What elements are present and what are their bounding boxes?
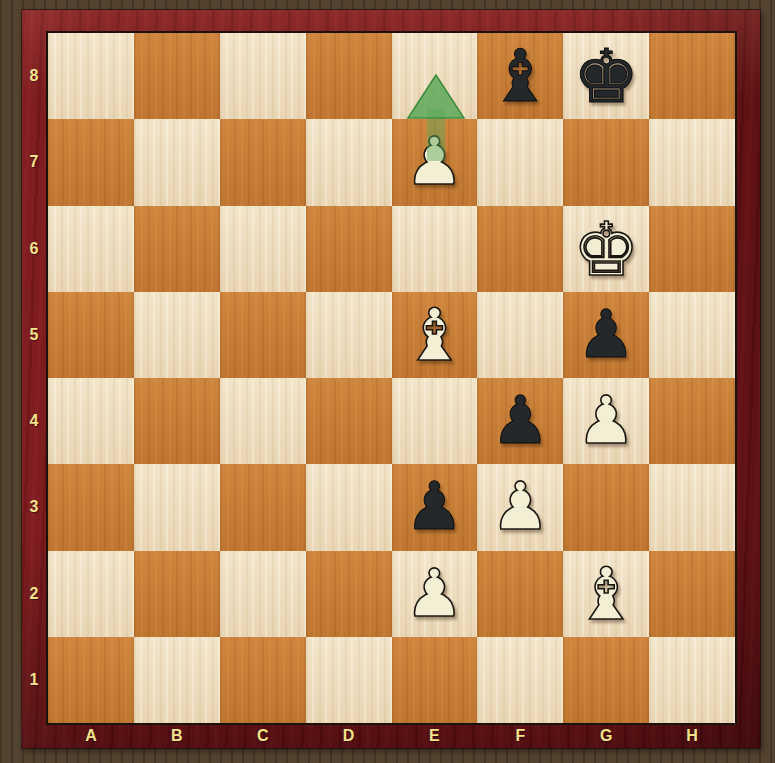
square-c1[interactable] — [220, 637, 306, 723]
black-bishop[interactable]: ♝ — [488, 40, 553, 112]
square-a5[interactable] — [48, 292, 134, 378]
square-f2[interactable] — [477, 551, 563, 637]
file-label-d: D — [306, 723, 392, 748]
square-a6[interactable] — [48, 206, 134, 292]
square-f7[interactable] — [477, 119, 563, 205]
white-pawn[interactable]: ♟ — [405, 129, 464, 195]
square-f1[interactable] — [477, 637, 563, 723]
square-h6[interactable] — [649, 206, 735, 292]
square-b5[interactable] — [134, 292, 220, 378]
square-c6[interactable] — [220, 206, 306, 292]
square-h3[interactable] — [649, 464, 735, 550]
white-pawn[interactable]: ♟ — [577, 388, 636, 454]
square-d3[interactable] — [306, 464, 392, 550]
square-a8[interactable] — [48, 33, 134, 119]
square-b2[interactable] — [134, 551, 220, 637]
square-g4[interactable]: ♟ — [563, 378, 649, 464]
white-bishop[interactable]: ♝ — [402, 299, 467, 371]
black-pawn[interactable]: ♟ — [405, 474, 464, 540]
file-coordinates: ABCDEFGH — [48, 723, 735, 748]
square-e4[interactable] — [392, 378, 478, 464]
rank-label-5: 5 — [22, 292, 46, 378]
black-pawn[interactable]: ♟ — [491, 388, 550, 454]
file-label-a: A — [48, 723, 134, 748]
black-king[interactable]: ♚ — [573, 39, 639, 113]
square-c2[interactable] — [220, 551, 306, 637]
square-g6[interactable]: ♚ — [563, 206, 649, 292]
square-d4[interactable] — [306, 378, 392, 464]
square-g1[interactable] — [563, 637, 649, 723]
file-label-h: H — [649, 723, 735, 748]
square-f8[interactable]: ♝ — [477, 33, 563, 119]
rank-label-6: 6 — [22, 206, 46, 292]
rank-label-2: 2 — [22, 551, 46, 637]
rank-label-1: 1 — [22, 637, 46, 723]
square-g3[interactable] — [563, 464, 649, 550]
square-b4[interactable] — [134, 378, 220, 464]
square-e2[interactable]: ♟ — [392, 551, 478, 637]
square-f5[interactable] — [477, 292, 563, 378]
square-c3[interactable] — [220, 464, 306, 550]
square-b6[interactable] — [134, 206, 220, 292]
white-pawn[interactable]: ♟ — [405, 561, 464, 627]
square-a1[interactable] — [48, 637, 134, 723]
file-label-g: G — [563, 723, 649, 748]
square-d8[interactable] — [306, 33, 392, 119]
square-h1[interactable] — [649, 637, 735, 723]
square-h5[interactable] — [649, 292, 735, 378]
square-f3[interactable]: ♟ — [477, 464, 563, 550]
chessboard-app: ♝♚♟♚♝♟♟♟♟♟♟♝ 87654321 ABCDEFGH — [0, 0, 775, 763]
square-e5[interactable]: ♝ — [392, 292, 478, 378]
file-label-f: F — [477, 723, 563, 748]
square-b3[interactable] — [134, 464, 220, 550]
square-c4[interactable] — [220, 378, 306, 464]
file-label-c: C — [220, 723, 306, 748]
square-g8[interactable]: ♚ — [563, 33, 649, 119]
square-d6[interactable] — [306, 206, 392, 292]
chess-board: ♝♚♟♚♝♟♟♟♟♟♟♝ — [46, 31, 737, 725]
file-label-e: E — [392, 723, 478, 748]
square-b1[interactable] — [134, 637, 220, 723]
white-king[interactable]: ♚ — [573, 212, 639, 286]
square-h2[interactable] — [649, 551, 735, 637]
square-d7[interactable] — [306, 119, 392, 205]
square-e6[interactable] — [392, 206, 478, 292]
rank-label-7: 7 — [22, 119, 46, 205]
file-label-b: B — [134, 723, 220, 748]
square-d1[interactable] — [306, 637, 392, 723]
square-g2[interactable]: ♝ — [563, 551, 649, 637]
square-a3[interactable] — [48, 464, 134, 550]
white-pawn[interactable]: ♟ — [491, 474, 550, 540]
square-e3[interactable]: ♟ — [392, 464, 478, 550]
square-h4[interactable] — [649, 378, 735, 464]
rank-label-8: 8 — [22, 33, 46, 119]
square-h7[interactable] — [649, 119, 735, 205]
square-g7[interactable] — [563, 119, 649, 205]
square-c8[interactable] — [220, 33, 306, 119]
rank-coordinates: 87654321 — [22, 33, 46, 723]
square-e7[interactable]: ♟ — [392, 119, 478, 205]
white-bishop[interactable]: ♝ — [574, 558, 639, 630]
rank-label-3: 3 — [22, 464, 46, 550]
square-d2[interactable] — [306, 551, 392, 637]
square-c5[interactable] — [220, 292, 306, 378]
square-h8[interactable] — [649, 33, 735, 119]
square-b7[interactable] — [134, 119, 220, 205]
square-f4[interactable]: ♟ — [477, 378, 563, 464]
square-f6[interactable] — [477, 206, 563, 292]
square-e8[interactable] — [392, 33, 478, 119]
black-pawn[interactable]: ♟ — [577, 302, 636, 368]
square-a2[interactable] — [48, 551, 134, 637]
square-d5[interactable] — [306, 292, 392, 378]
square-a4[interactable] — [48, 378, 134, 464]
square-g5[interactable]: ♟ — [563, 292, 649, 378]
square-b8[interactable] — [134, 33, 220, 119]
square-a7[interactable] — [48, 119, 134, 205]
square-e1[interactable] — [392, 637, 478, 723]
rank-label-4: 4 — [22, 378, 46, 464]
square-c7[interactable] — [220, 119, 306, 205]
